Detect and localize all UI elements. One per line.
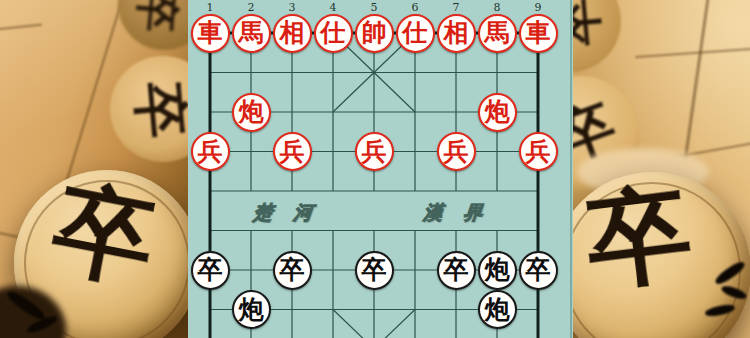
board-intersection <box>477 171 518 211</box>
board-intersection: 兵 <box>272 132 313 172</box>
piece-red-horse[interactable]: 馬 <box>478 14 517 53</box>
piece-red-soldier[interactable]: 兵 <box>273 132 312 171</box>
board-intersection <box>272 171 313 211</box>
piece-red-cannon[interactable]: 炮 <box>232 93 271 132</box>
pieces-grid: 車馬相仕帥仕相馬車炮炮兵兵兵兵兵卒卒卒卒炮卒炮炮 <box>190 13 559 338</box>
piece-red-horse[interactable]: 馬 <box>232 14 271 53</box>
board-intersection <box>231 132 272 172</box>
board-intersection: 炮 <box>477 250 518 290</box>
board-intersection <box>354 329 395 338</box>
board-intersection: 車 <box>518 13 559 53</box>
wood-board-line <box>683 0 710 165</box>
board-intersection <box>231 329 272 338</box>
board-intersection <box>272 329 313 338</box>
background-piece-glyph: 卒 <box>573 0 605 48</box>
column-label-4: 4 <box>325 1 341 14</box>
piece-black-soldier[interactable]: 卒 <box>519 251 558 290</box>
board-intersection <box>395 92 436 132</box>
board-intersection: 卒 <box>518 250 559 290</box>
board-intersection: 卒 <box>354 250 395 290</box>
board-intersection <box>190 171 231 211</box>
board-intersection <box>231 211 272 251</box>
piece-red-elephant[interactable]: 相 <box>273 14 312 53</box>
piece-red-advisor[interactable]: 仕 <box>314 14 353 53</box>
board-intersection: 馬 <box>477 13 518 53</box>
piece-black-soldier[interactable]: 卒 <box>273 251 312 290</box>
xiangqi-board[interactable]: 123456789 楚河漢界 車馬相仕帥仕相馬車炮炮兵兵兵兵兵卒卒卒卒炮卒炮炮 <box>188 0 573 338</box>
board-intersection <box>436 329 477 338</box>
board-intersection <box>313 132 354 172</box>
board-intersection <box>518 92 559 132</box>
board-intersection <box>354 53 395 93</box>
column-label-6: 6 <box>407 1 423 14</box>
board-intersection <box>518 290 559 330</box>
screenshot-root: 卒 卒 卒 卒 卒 卒 123456789 楚河漢界 <box>0 0 750 338</box>
board-intersection <box>354 290 395 330</box>
piece-red-advisor[interactable]: 仕 <box>396 14 435 53</box>
board-intersection: 兵 <box>518 132 559 172</box>
piece-red-soldier[interactable]: 兵 <box>355 132 394 171</box>
column-label-3: 3 <box>284 1 300 14</box>
board-intersection <box>436 171 477 211</box>
board-intersection <box>477 53 518 93</box>
column-label-2: 2 <box>243 1 259 14</box>
board-intersection: 車 <box>190 13 231 53</box>
board-intersection <box>436 92 477 132</box>
board-intersection <box>518 329 559 338</box>
board-intersection <box>518 211 559 251</box>
board-intersection <box>313 290 354 330</box>
board-intersection <box>436 53 477 93</box>
piece-red-cannon[interactable]: 炮 <box>478 93 517 132</box>
piece-red-elephant[interactable]: 相 <box>437 14 476 53</box>
board-intersection <box>190 211 231 251</box>
column-label-5: 5 <box>366 1 382 14</box>
board-intersection: 兵 <box>354 132 395 172</box>
board-intersection <box>313 250 354 290</box>
board-intersection <box>436 211 477 251</box>
board-intersection <box>190 92 231 132</box>
board-intersection <box>313 92 354 132</box>
piece-black-soldier[interactable]: 卒 <box>437 251 476 290</box>
board-intersection <box>313 171 354 211</box>
piece-black-cannon[interactable]: 炮 <box>232 290 271 329</box>
wood-board-line <box>0 24 42 31</box>
wooden-piece: 卒 <box>118 0 188 50</box>
board-intersection: 卒 <box>190 250 231 290</box>
board-intersection <box>436 290 477 330</box>
wood-board-line <box>635 48 750 58</box>
board-intersection <box>231 171 272 211</box>
board-intersection <box>477 132 518 172</box>
piece-black-cannon[interactable]: 炮 <box>478 251 517 290</box>
board-intersection: 馬 <box>231 13 272 53</box>
board-intersection: 兵 <box>436 132 477 172</box>
board-intersection: 炮 <box>477 290 518 330</box>
board-intersection: 炮 <box>231 290 272 330</box>
board-intersection <box>395 132 436 172</box>
piece-black-cannon[interactable]: 炮 <box>478 290 517 329</box>
board-intersection: 仕 <box>395 13 436 53</box>
board-intersection: 仕 <box>313 13 354 53</box>
board-intersection <box>313 329 354 338</box>
board-intersection <box>354 211 395 251</box>
board-intersection <box>190 329 231 338</box>
board-intersection <box>272 53 313 93</box>
board-intersection <box>395 211 436 251</box>
board-intersection: 帥 <box>354 13 395 53</box>
board-intersection <box>272 290 313 330</box>
piece-black-soldier[interactable]: 卒 <box>191 251 230 290</box>
board-intersection <box>395 250 436 290</box>
background-piece-glyph: 卒 <box>581 180 697 296</box>
board-intersection: 兵 <box>190 132 231 172</box>
board-intersection <box>354 171 395 211</box>
column-label-1: 1 <box>202 1 218 14</box>
board-intersection <box>354 92 395 132</box>
board-intersection: 炮 <box>477 92 518 132</box>
background-piece-glyph: 卒 <box>130 80 188 141</box>
wooden-piece: 卒 <box>573 0 621 72</box>
board-intersection <box>395 290 436 330</box>
background-photo-right: 卒 卒 卒 <box>573 0 750 338</box>
board-intersection <box>518 171 559 211</box>
background-piece-glyph: 卒 <box>132 0 180 34</box>
wooden-piece: 卒 <box>110 56 188 162</box>
board-intersection <box>518 53 559 93</box>
board-intersection <box>190 290 231 330</box>
board-intersection <box>395 329 436 338</box>
piece-red-soldier[interactable]: 兵 <box>437 132 476 171</box>
board-intersection <box>313 211 354 251</box>
board-intersection: 相 <box>436 13 477 53</box>
board-intersection: 卒 <box>436 250 477 290</box>
column-label-8: 8 <box>489 1 505 14</box>
board-intersection <box>272 211 313 251</box>
board-intersection <box>477 211 518 251</box>
piece-red-general[interactable]: 帥 <box>355 14 394 53</box>
board-intersection: 卒 <box>272 250 313 290</box>
piece-red-soldier[interactable]: 兵 <box>519 132 558 171</box>
board-intersection <box>190 53 231 93</box>
piece-black-soldier[interactable]: 卒 <box>355 251 394 290</box>
background-piece-glyph: 卒 <box>45 177 162 294</box>
column-label-7: 7 <box>448 1 464 14</box>
piece-red-chariot[interactable]: 車 <box>519 14 558 53</box>
board-intersection <box>231 250 272 290</box>
board-intersection <box>231 53 272 93</box>
board-intersection <box>272 92 313 132</box>
piece-red-soldier[interactable]: 兵 <box>191 132 230 171</box>
board-intersection <box>395 171 436 211</box>
board-intersection <box>477 329 518 338</box>
column-label-9: 9 <box>530 1 546 14</box>
piece-red-chariot[interactable]: 車 <box>191 14 230 53</box>
board-intersection: 相 <box>272 13 313 53</box>
board-intersection: 炮 <box>231 92 272 132</box>
board-intersection <box>313 53 354 93</box>
background-photo-left: 卒 卒 卒 <box>0 0 188 338</box>
board-intersection <box>395 53 436 93</box>
